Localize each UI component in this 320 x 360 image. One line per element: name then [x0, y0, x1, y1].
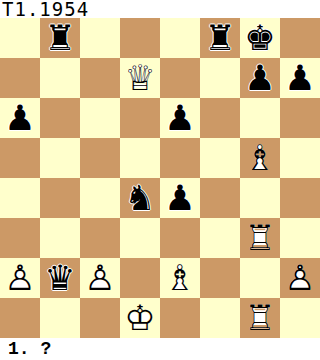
square-h7[interactable]: ♟ — [280, 58, 320, 98]
square-g5[interactable]: ♝♗ — [240, 138, 280, 178]
square-f1[interactable] — [200, 298, 240, 338]
square-g3[interactable]: ♜♖ — [240, 218, 280, 258]
piece-black-pawn: ♟ — [160, 178, 200, 218]
square-e3[interactable] — [160, 218, 200, 258]
square-g7[interactable]: ♟ — [240, 58, 280, 98]
piece-white-pawn: ♟♙ — [0, 258, 40, 298]
piece-white-pawn: ♟♙ — [280, 258, 320, 298]
square-e2[interactable]: ♝♗ — [160, 258, 200, 298]
square-d8[interactable] — [120, 18, 160, 58]
square-h5[interactable] — [280, 138, 320, 178]
square-c5[interactable] — [80, 138, 120, 178]
square-f6[interactable] — [200, 98, 240, 138]
piece-white-pawn: ♟♙ — [80, 258, 120, 298]
square-d5[interactable] — [120, 138, 160, 178]
puzzle-title: T1.1954 — [0, 0, 320, 18]
square-g8[interactable]: ♚ — [240, 18, 280, 58]
square-h6[interactable] — [280, 98, 320, 138]
square-c3[interactable] — [80, 218, 120, 258]
piece-black-knight: ♞ — [120, 178, 160, 218]
square-b6[interactable] — [40, 98, 80, 138]
piece-black-rook: ♜ — [200, 18, 240, 58]
square-a7[interactable] — [0, 58, 40, 98]
square-a1[interactable] — [0, 298, 40, 338]
square-h3[interactable] — [280, 218, 320, 258]
square-d7[interactable]: ♛♕ — [120, 58, 160, 98]
square-c8[interactable] — [80, 18, 120, 58]
piece-black-rook: ♜ — [40, 18, 80, 58]
piece-black-pawn: ♟ — [240, 58, 280, 98]
square-c4[interactable] — [80, 178, 120, 218]
square-c2[interactable]: ♟♙ — [80, 258, 120, 298]
square-d6[interactable] — [120, 98, 160, 138]
square-a4[interactable] — [0, 178, 40, 218]
square-e5[interactable] — [160, 138, 200, 178]
square-b4[interactable] — [40, 178, 80, 218]
piece-white-rook: ♜♖ — [240, 298, 280, 338]
piece-white-bishop: ♝♗ — [240, 138, 280, 178]
square-c6[interactable] — [80, 98, 120, 138]
square-a6[interactable]: ♟ — [0, 98, 40, 138]
square-c1[interactable] — [80, 298, 120, 338]
square-e6[interactable]: ♟ — [160, 98, 200, 138]
square-a8[interactable] — [0, 18, 40, 58]
square-a3[interactable] — [0, 218, 40, 258]
square-b7[interactable] — [40, 58, 80, 98]
piece-black-king: ♚ — [240, 18, 280, 58]
piece-black-pawn: ♟ — [280, 58, 320, 98]
square-d3[interactable] — [120, 218, 160, 258]
square-e4[interactable]: ♟ — [160, 178, 200, 218]
square-b2[interactable]: ♛ — [40, 258, 80, 298]
puzzle-screen: T1.1954 ♜♜♚♛♕♟♟♟♟♝♗♞♟♜♖♟♙♛♟♙♝♗♟♙♚♔♜♖ 1. … — [0, 0, 320, 360]
square-e7[interactable] — [160, 58, 200, 98]
square-f7[interactable] — [200, 58, 240, 98]
square-g1[interactable]: ♜♖ — [240, 298, 280, 338]
piece-white-queen: ♛♕ — [120, 58, 160, 98]
square-c7[interactable] — [80, 58, 120, 98]
square-h1[interactable] — [280, 298, 320, 338]
square-b1[interactable] — [40, 298, 80, 338]
square-g4[interactable] — [240, 178, 280, 218]
square-b8[interactable]: ♜ — [40, 18, 80, 58]
piece-black-pawn: ♟ — [0, 98, 40, 138]
square-d4[interactable]: ♞ — [120, 178, 160, 218]
square-b5[interactable] — [40, 138, 80, 178]
square-f3[interactable] — [200, 218, 240, 258]
square-b3[interactable] — [40, 218, 80, 258]
square-e8[interactable] — [160, 18, 200, 58]
square-g2[interactable] — [240, 258, 280, 298]
square-f4[interactable] — [200, 178, 240, 218]
square-d2[interactable] — [120, 258, 160, 298]
square-a5[interactable] — [0, 138, 40, 178]
square-e1[interactable] — [160, 298, 200, 338]
square-h8[interactable] — [280, 18, 320, 58]
square-h4[interactable] — [280, 178, 320, 218]
square-d1[interactable]: ♚♔ — [120, 298, 160, 338]
square-f2[interactable] — [200, 258, 240, 298]
square-f8[interactable]: ♜ — [200, 18, 240, 58]
square-g6[interactable] — [240, 98, 280, 138]
piece-white-rook: ♜♖ — [240, 218, 280, 258]
move-prompt: 1. ? — [0, 338, 320, 360]
piece-white-king: ♚♔ — [120, 298, 160, 338]
piece-black-queen: ♛ — [40, 258, 80, 298]
square-h2[interactable]: ♟♙ — [280, 258, 320, 298]
square-f5[interactable] — [200, 138, 240, 178]
chess-board: ♜♜♚♛♕♟♟♟♟♝♗♞♟♜♖♟♙♛♟♙♝♗♟♙♚♔♜♖ — [0, 18, 320, 338]
piece-white-bishop: ♝♗ — [160, 258, 200, 298]
square-a2[interactable]: ♟♙ — [0, 258, 40, 298]
piece-black-pawn: ♟ — [160, 98, 200, 138]
